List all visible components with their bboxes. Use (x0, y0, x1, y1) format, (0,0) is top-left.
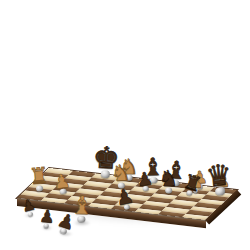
black-knight-glyph: ♞ (158, 168, 178, 190)
piece-black-queen-h7[interactable]: ♛ (205, 161, 234, 197)
chrome-base (60, 188, 67, 194)
piece-black-pawn-e6[interactable]: ♟ (136, 169, 154, 191)
chrome-base (77, 215, 85, 222)
piece-black-pawn-offboard[interactable]: ♟ (39, 208, 56, 229)
chrome-base (43, 223, 49, 228)
chrome-base (165, 188, 172, 194)
chrome-base (123, 204, 130, 210)
piece-black-knight-f6[interactable]: ♞ (158, 168, 178, 194)
chrome-base (100, 170, 110, 178)
piece-white-rook-a3[interactable]: ♜ (28, 165, 50, 192)
chrome-base (142, 186, 148, 191)
piece-white-pawn-b3[interactable]: ♟ (52, 171, 72, 195)
product-photo-stage: ♜♟♞♞♟♟♟♚♝♝♟♞♜♛♟♝♟♟♟ (0, 0, 250, 250)
chrome-base (36, 185, 44, 191)
chrome-base (215, 187, 225, 195)
